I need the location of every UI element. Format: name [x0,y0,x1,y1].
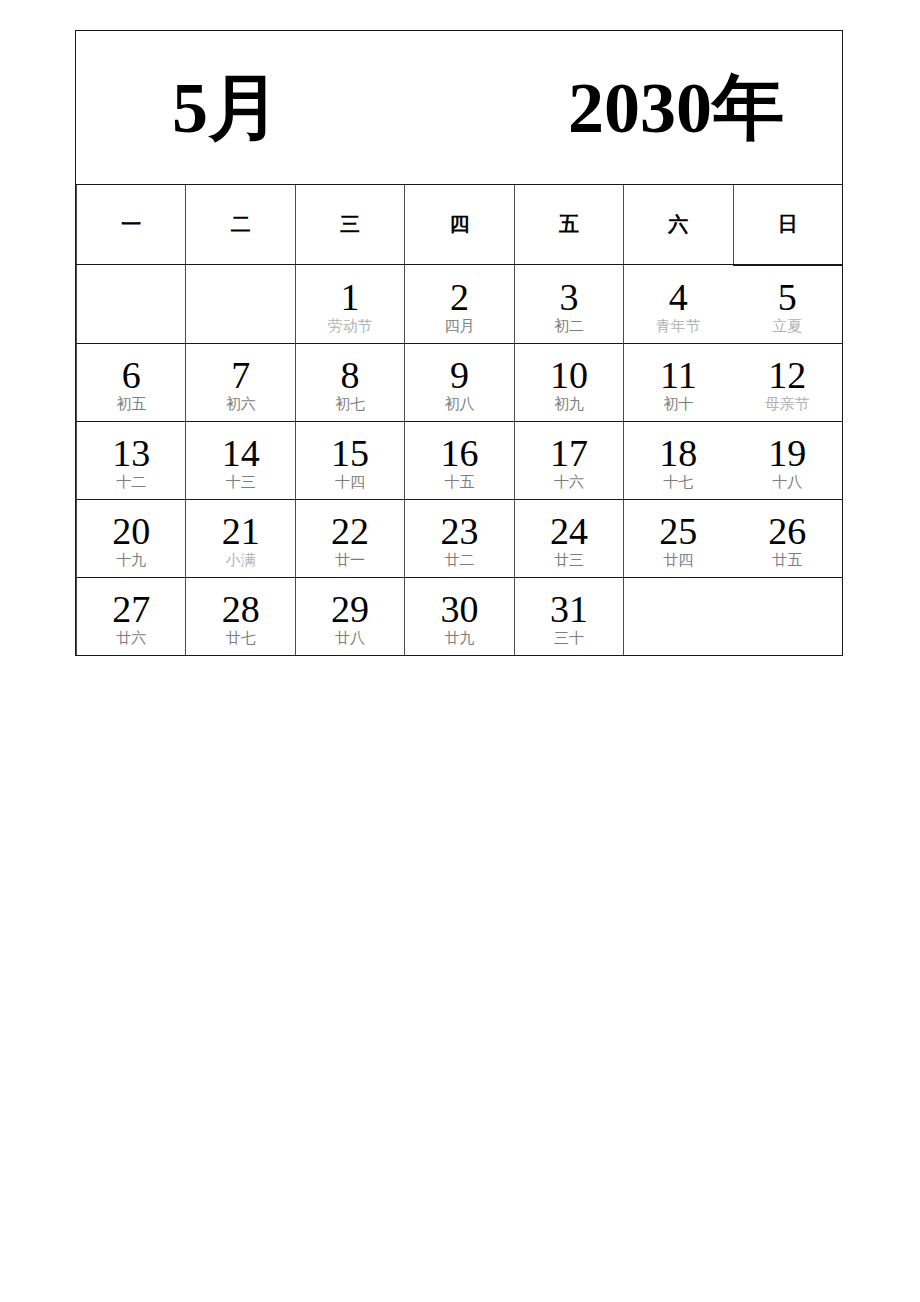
day-cell: 1 劳动节 [295,265,404,343]
lunar-label: 初二 [554,317,584,337]
lunar-label: 廿五 [772,551,802,571]
day-cell: 4 青年节 [623,265,732,343]
weekday-header-cell: 六 [623,185,732,264]
day-cell: 26 廿五 [733,499,842,577]
day-number: 23 [440,512,478,551]
weekday-header-row: 一 二 三 四 五 六 日 [76,185,842,265]
lunar-label: 母亲节 [765,395,810,415]
day-cell [623,577,732,655]
weekday-header-cell: 一 [76,185,185,264]
day-number: 26 [768,512,806,551]
year-title: 2030年 [568,72,784,144]
weekday-label: 六 [668,211,688,238]
weekday-label: 四 [449,211,469,238]
lunar-label: 四月 [444,317,474,337]
lunar-label: 初八 [444,395,474,415]
day-number: 24 [550,512,588,551]
day-number: 6 [122,356,141,395]
weekday-header-cell: 四 [404,185,513,264]
day-cell: 27 廿六 [76,577,185,655]
lunar-label: 十四 [335,473,365,493]
day-cell: 29 廿八 [295,577,404,655]
lunar-label: 小满 [226,551,256,571]
day-cell: 24 廿三 [514,499,623,577]
day-cell: 18 十七 [623,421,732,499]
day-number: 30 [440,590,478,629]
lunar-label: 廿六 [116,629,146,649]
days-grid: 1 劳动节 2 四月 3 初二 4 青年节 5 立夏 [76,265,842,655]
lunar-label: 廿一 [335,551,365,571]
day-cell: 15 十四 [295,421,404,499]
day-cell [76,265,185,343]
lunar-label: 廿九 [444,629,474,649]
day-cell: 30 廿九 [404,577,513,655]
lunar-label: 初十 [663,395,693,415]
day-cell: 11 初十 [623,343,732,421]
lunar-label: 十七 [663,473,693,493]
day-number: 12 [768,356,806,395]
weekday-label: 二 [231,211,251,238]
lunar-label: 十五 [444,473,474,493]
lunar-label: 青年节 [656,317,701,337]
day-cell: 13 十二 [76,421,185,499]
weekday-header-cell: 日 [733,185,842,264]
day-number: 11 [660,356,697,395]
day-number: 7 [231,356,250,395]
day-number: 3 [559,278,578,317]
day-cell: 6 初五 [76,343,185,421]
day-number: 27 [112,590,150,629]
lunar-label: 十八 [772,473,802,493]
day-cell: 8 初七 [295,343,404,421]
day-cell: 5 立夏 [733,265,842,343]
day-cell: 28 廿七 [185,577,294,655]
day-cell: 12 母亲节 [733,343,842,421]
day-cell: 14 十三 [185,421,294,499]
day-cell [185,265,294,343]
day-cell: 19 十八 [733,421,842,499]
lunar-label: 廿三 [554,551,584,571]
lunar-label: 初七 [335,395,365,415]
day-cell: 25 廿四 [623,499,732,577]
day-number: 20 [112,512,150,551]
day-number: 2 [450,278,469,317]
day-number: 13 [112,434,150,473]
day-number: 17 [550,434,588,473]
day-cell: 22 廿一 [295,499,404,577]
day-cell: 3 初二 [514,265,623,343]
calendar-title-row: 5月 2030年 [76,31,842,185]
day-number: 16 [440,434,478,473]
lunar-label: 十二 [116,473,146,493]
weekday-header-cell: 五 [514,185,623,264]
lunar-label: 立夏 [772,317,802,337]
lunar-label: 初六 [226,395,256,415]
day-number: 22 [331,512,369,551]
day-cell: 16 十五 [404,421,513,499]
day-number: 9 [450,356,469,395]
day-number: 25 [659,512,697,551]
day-number: 15 [331,434,369,473]
day-number: 4 [669,278,688,317]
weekday-label: 日 [778,211,798,238]
day-number: 19 [768,434,806,473]
day-number: 28 [222,590,260,629]
weekday-label: 一 [121,211,141,238]
day-number: 10 [550,356,588,395]
day-number: 21 [222,512,260,551]
day-number: 14 [222,434,260,473]
day-number: 5 [778,278,797,317]
lunar-label: 廿四 [663,551,693,571]
lunar-label: 初五 [116,395,146,415]
day-cell: 17 十六 [514,421,623,499]
weekday-label: 五 [559,211,579,238]
day-number: 31 [550,590,588,629]
lunar-label: 初九 [554,395,584,415]
day-number: 29 [331,590,369,629]
day-cell: 23 廿二 [404,499,513,577]
day-number: 8 [341,356,360,395]
day-cell: 9 初八 [404,343,513,421]
day-number: 18 [659,434,697,473]
day-cell: 20 十九 [76,499,185,577]
day-cell: 7 初六 [185,343,294,421]
lunar-label: 廿二 [444,551,474,571]
day-cell: 10 初九 [514,343,623,421]
day-cell: 31 三十 [514,577,623,655]
day-number: 1 [341,278,360,317]
lunar-label: 十三 [226,473,256,493]
lunar-label: 三十 [554,629,584,649]
day-cell: 2 四月 [404,265,513,343]
weekday-header-cell: 三 [295,185,404,264]
month-title: 5月 [172,72,280,144]
lunar-label: 十九 [116,551,146,571]
lunar-label: 廿七 [226,629,256,649]
day-cell: 21 小满 [185,499,294,577]
lunar-label: 十六 [554,473,584,493]
calendar-table: 5月 2030年 一 二 三 四 五 六 [75,30,843,656]
lunar-label: 劳动节 [328,317,373,337]
weekday-header-cell: 二 [185,185,294,264]
lunar-label: 廿八 [335,629,365,649]
day-cell [733,577,842,655]
weekday-label: 三 [340,211,360,238]
